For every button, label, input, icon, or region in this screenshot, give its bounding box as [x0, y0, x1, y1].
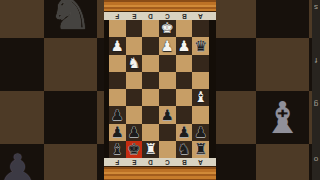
background-knight-icon: ♞ [44, 0, 97, 38]
square-c5[interactable] [159, 89, 176, 106]
file-label-e: E [126, 158, 143, 166]
square-e6[interactable] [126, 106, 143, 123]
black-rook-a8: ♜ [194, 142, 207, 157]
square-f8[interactable]: ♝ [109, 141, 126, 158]
file-label-f: F [109, 12, 126, 20]
square-e2[interactable] [126, 37, 143, 54]
square-e5[interactable] [126, 89, 143, 106]
file-labels-bottom: F E D C B A [104, 158, 216, 166]
square-b6[interactable] [176, 106, 193, 123]
square-f6[interactable]: ♟ [109, 106, 126, 123]
wood-frame-top [104, 0, 216, 12]
white-king-c1: ♚ [161, 21, 174, 36]
square-b7[interactable]: ♟ [176, 124, 193, 141]
square-d4[interactable] [142, 72, 159, 89]
square-c6[interactable]: ♟ [159, 106, 176, 123]
square-a5[interactable]: ♝ [192, 89, 209, 106]
square-a7[interactable]: ♟ [192, 124, 209, 141]
square-f2[interactable]: ♟ [109, 37, 126, 54]
square-d5[interactable] [142, 89, 159, 106]
file-label-e: E [126, 12, 143, 20]
white-pawn-c2: ♟ [161, 39, 174, 54]
square-b4[interactable] [176, 72, 193, 89]
video-frame: ♞ ♝ ♟ s f g o F E D C B A ♚♟♟♟♛♞♝♟♟♟♟♟♟♝… [0, 0, 320, 180]
file-label-d: D [142, 12, 159, 20]
black-knight-b8: ♞ [177, 142, 190, 157]
white-pawn-f2: ♟ [111, 39, 124, 54]
white-rook-d8: ♜ [144, 142, 157, 157]
file-label-b: B [176, 158, 193, 166]
square-f1[interactable] [109, 20, 126, 37]
board-grid: ♚♟♟♟♛♞♝♟♟♟♟♟♟♝♚♜♞♜ [109, 20, 209, 158]
chessboard-column: F E D C B A ♚♟♟♟♛♞♝♟♟♟♟♟♟♝♚♜♞♜ F E D C B… [104, 0, 216, 180]
square-f3[interactable] [109, 55, 126, 72]
square-d2[interactable] [142, 37, 159, 54]
square-a4[interactable] [192, 72, 209, 89]
square-a6[interactable] [192, 106, 209, 123]
black-pawn-b7: ♟ [177, 125, 190, 140]
square-e1[interactable] [126, 20, 143, 37]
black-king-e8: ♚ [127, 142, 140, 157]
edge-glyph: g [312, 100, 320, 108]
square-e7[interactable]: ♟ [126, 124, 143, 141]
file-labels-top: F E D C B A [104, 12, 216, 20]
square-e4[interactable] [126, 72, 143, 89]
black-pawn-f6: ♟ [111, 108, 124, 123]
square-f4[interactable] [109, 72, 126, 89]
background-bishop-icon: ♝ [256, 91, 309, 144]
black-queen-a2: ♛ [194, 39, 207, 54]
file-label-c: C [159, 12, 176, 20]
background-square [256, 38, 309, 91]
background-square [0, 38, 44, 91]
black-pawn-e7: ♟ [127, 125, 140, 140]
square-b3[interactable] [176, 55, 193, 72]
square-d3[interactable] [142, 55, 159, 72]
white-pawn-b2: ♟ [177, 39, 190, 54]
background-pawn-icon: ♟ [0, 144, 44, 180]
background-square [44, 91, 97, 144]
black-pawn-f7: ♟ [111, 125, 124, 140]
square-d1[interactable] [142, 20, 159, 37]
background-square [44, 144, 97, 180]
edge-glyph: o [312, 155, 320, 163]
file-label-f: F [109, 158, 126, 166]
wood-frame-bottom [104, 166, 216, 180]
square-b1[interactable] [176, 20, 193, 37]
square-f7[interactable]: ♟ [109, 124, 126, 141]
file-label-d: D [142, 158, 159, 166]
square-f5[interactable] [109, 89, 126, 106]
file-label-a: A [192, 158, 209, 166]
background-square [44, 38, 97, 91]
square-a3[interactable] [192, 55, 209, 72]
square-a8[interactable]: ♜ [192, 141, 209, 158]
white-bishop-a5: ♝ [194, 90, 207, 105]
square-e3[interactable]: ♞ [126, 55, 143, 72]
square-c4[interactable] [159, 72, 176, 89]
square-a1[interactable] [192, 20, 209, 37]
background-square [0, 91, 44, 144]
square-d8[interactable]: ♜ [142, 141, 159, 158]
edge-glyph: f [312, 56, 320, 64]
black-pawn-a7: ♟ [194, 125, 207, 140]
square-e8[interactable]: ♚ [126, 141, 143, 158]
file-label-c: C [159, 158, 176, 166]
square-c1[interactable]: ♚ [159, 20, 176, 37]
square-b8[interactable]: ♞ [176, 141, 193, 158]
square-c8[interactable] [159, 141, 176, 158]
edge-glyph: s [312, 3, 320, 11]
black-pawn-c6: ♟ [161, 108, 174, 123]
square-d6[interactable] [142, 106, 159, 123]
square-d7[interactable] [142, 124, 159, 141]
square-c2[interactable]: ♟ [159, 37, 176, 54]
file-label-b: B [176, 12, 193, 20]
square-b2[interactable]: ♟ [176, 37, 193, 54]
black-bishop-f8: ♝ [111, 142, 124, 157]
background-square [256, 144, 309, 180]
white-knight-e3: ♞ [127, 56, 140, 71]
square-c7[interactable] [159, 124, 176, 141]
background-square [0, 0, 44, 38]
square-a2[interactable]: ♛ [192, 37, 209, 54]
file-label-a: A [192, 12, 209, 20]
board-frame: ♚♟♟♟♛♞♝♟♟♟♟♟♟♝♚♜♞♜ [104, 20, 216, 158]
right-edge-strip: s f g o [312, 0, 320, 180]
background-square [256, 0, 309, 38]
square-c3[interactable] [159, 55, 176, 72]
square-b5[interactable] [176, 89, 193, 106]
